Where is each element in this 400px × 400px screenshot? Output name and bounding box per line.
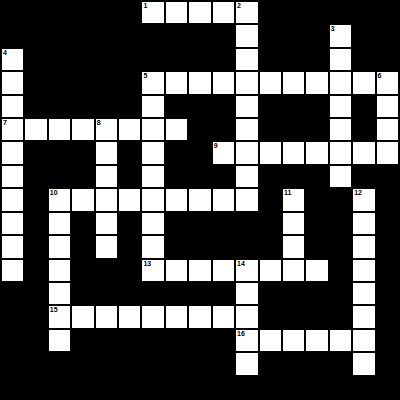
crossword-block (212, 329, 235, 352)
crossword-block (165, 48, 188, 71)
crossword-cell[interactable] (235, 188, 258, 211)
crossword-cell[interactable] (235, 48, 258, 71)
crossword-block (305, 305, 328, 328)
crossword-block (95, 71, 118, 94)
crossword-cell[interactable] (95, 188, 118, 211)
crossword-block (376, 235, 399, 258)
crossword-block (188, 95, 211, 118)
crossword-block (329, 188, 352, 211)
crossword-block (305, 376, 328, 399)
clue-number: 3 (331, 25, 335, 33)
crossword-block (376, 48, 399, 71)
crossword-cell[interactable]: 4 (1, 48, 24, 71)
crossword-cell[interactable] (165, 1, 188, 24)
crossword-block (118, 95, 141, 118)
crossword-block (1, 282, 24, 305)
crossword-block (259, 165, 282, 188)
crossword-block (212, 24, 235, 47)
crossword-cell[interactable] (329, 329, 352, 352)
crossword-block (71, 329, 94, 352)
crossword-block (376, 329, 399, 352)
crossword-block (305, 188, 328, 211)
crossword-block (24, 305, 47, 328)
crossword-cell[interactable] (212, 1, 235, 24)
crossword-block (48, 95, 71, 118)
crossword-block (305, 282, 328, 305)
crossword-block (259, 48, 282, 71)
crossword-block (165, 95, 188, 118)
crossword-cell[interactable] (352, 259, 375, 282)
crossword-cell[interactable] (71, 305, 94, 328)
crossword-block (24, 1, 47, 24)
crossword-cell[interactable] (48, 212, 71, 235)
crossword-block (24, 95, 47, 118)
clue-number: 6 (378, 72, 382, 80)
crossword-block (282, 1, 305, 24)
crossword-block (188, 376, 211, 399)
crossword-cell[interactable]: 8 (95, 118, 118, 141)
crossword-block (188, 24, 211, 47)
crossword-cell[interactable] (352, 329, 375, 352)
crossword-block (1, 305, 24, 328)
crossword-page: 12345678910111213141516 (0, 0, 400, 400)
crossword-cell[interactable] (305, 329, 328, 352)
crossword-block (95, 259, 118, 282)
crossword-block (376, 259, 399, 282)
crossword-cell[interactable]: 2 (235, 1, 258, 24)
crossword-block (282, 282, 305, 305)
crossword-block (24, 376, 47, 399)
clue-number: 2 (237, 2, 241, 10)
crossword-cell[interactable] (235, 352, 258, 375)
crossword-cell[interactable] (71, 188, 94, 211)
crossword-cell[interactable]: 1 (141, 1, 164, 24)
crossword-cell[interactable] (376, 141, 399, 164)
crossword-block (118, 212, 141, 235)
crossword-cell[interactable] (282, 235, 305, 258)
crossword-block (282, 352, 305, 375)
crossword-cell[interactable] (235, 305, 258, 328)
crossword-cell[interactable] (95, 212, 118, 235)
clue-number: 12 (354, 189, 362, 197)
crossword-block (141, 24, 164, 47)
crossword-cell[interactable]: 5 (141, 71, 164, 94)
crossword-block (165, 329, 188, 352)
crossword-cell[interactable] (48, 329, 71, 352)
crossword-block (282, 305, 305, 328)
crossword-cell[interactable]: 12 (352, 188, 375, 211)
crossword-block (282, 165, 305, 188)
crossword-block (118, 352, 141, 375)
crossword-block (352, 165, 375, 188)
crossword-cell[interactable] (165, 118, 188, 141)
crossword-block (212, 212, 235, 235)
crossword-block (48, 71, 71, 94)
crossword-cell[interactable] (141, 305, 164, 328)
crossword-cell[interactable] (259, 71, 282, 94)
crossword-block (305, 352, 328, 375)
crossword-block (24, 282, 47, 305)
clue-number: 9 (214, 142, 218, 150)
crossword-block (376, 282, 399, 305)
crossword-block (212, 376, 235, 399)
crossword-block (24, 48, 47, 71)
crossword-block (71, 24, 94, 47)
crossword-block (118, 1, 141, 24)
crossword-block (165, 165, 188, 188)
crossword-block (71, 1, 94, 24)
crossword-block (48, 48, 71, 71)
crossword-block (95, 282, 118, 305)
crossword-cell[interactable] (118, 118, 141, 141)
crossword-cell[interactable] (165, 305, 188, 328)
crossword-cell[interactable]: 7 (1, 118, 24, 141)
crossword-cell[interactable] (235, 165, 258, 188)
crossword-block (259, 305, 282, 328)
crossword-block (352, 1, 375, 24)
crossword-cell[interactable] (1, 235, 24, 258)
crossword-cell[interactable] (141, 118, 164, 141)
crossword-cell[interactable]: 11 (282, 188, 305, 211)
crossword-cell[interactable] (212, 305, 235, 328)
crossword-cell[interactable] (165, 71, 188, 94)
crossword-block (71, 376, 94, 399)
crossword-block (24, 165, 47, 188)
crossword-block (141, 48, 164, 71)
crossword-cell[interactable] (259, 329, 282, 352)
crossword-block (235, 212, 258, 235)
crossword-cell[interactable] (282, 212, 305, 235)
crossword-cell[interactable] (282, 259, 305, 282)
crossword-block (188, 141, 211, 164)
crossword-block (165, 212, 188, 235)
crossword-cell[interactable] (1, 259, 24, 282)
crossword-cell[interactable] (305, 259, 328, 282)
crossword-cell[interactable] (329, 95, 352, 118)
crossword-block (376, 24, 399, 47)
crossword-block (188, 329, 211, 352)
crossword-cell[interactable] (165, 259, 188, 282)
crossword-cell[interactable] (141, 95, 164, 118)
crossword-cell[interactable]: 16 (235, 329, 258, 352)
crossword-cell[interactable] (212, 71, 235, 94)
crossword-block (71, 259, 94, 282)
crossword-cell[interactable] (1, 212, 24, 235)
crossword-block (259, 235, 282, 258)
crossword-cell[interactable] (282, 141, 305, 164)
crossword-block (165, 352, 188, 375)
crossword-block (259, 212, 282, 235)
crossword-cell[interactable] (352, 235, 375, 258)
crossword-block (376, 352, 399, 375)
clue-number: 15 (50, 306, 58, 314)
crossword-block (188, 282, 211, 305)
crossword-block (352, 24, 375, 47)
crossword-block (376, 376, 399, 399)
crossword-cell[interactable] (141, 188, 164, 211)
crossword-cell[interactable] (95, 305, 118, 328)
crossword-block (329, 235, 352, 258)
crossword-cell[interactable] (1, 188, 24, 211)
crossword-block (305, 48, 328, 71)
crossword-cell[interactable] (282, 329, 305, 352)
crossword-cell[interactable] (352, 282, 375, 305)
crossword-block (282, 48, 305, 71)
clue-number: 1 (143, 2, 147, 10)
crossword-cell[interactable] (352, 71, 375, 94)
crossword-block (329, 352, 352, 375)
crossword-block (305, 95, 328, 118)
crossword-block (95, 376, 118, 399)
crossword-block (329, 376, 352, 399)
crossword-block (259, 95, 282, 118)
crossword-cell[interactable] (188, 71, 211, 94)
clue-number: 16 (237, 330, 245, 338)
crossword-block (188, 165, 211, 188)
crossword-block (48, 1, 71, 24)
clue-number: 8 (97, 119, 101, 127)
crossword-cell[interactable] (188, 259, 211, 282)
crossword-cell[interactable] (1, 95, 24, 118)
crossword-block (376, 188, 399, 211)
crossword-block (376, 1, 399, 24)
crossword-block (329, 212, 352, 235)
crossword-cell[interactable] (118, 305, 141, 328)
crossword-block (376, 212, 399, 235)
crossword-block (188, 48, 211, 71)
crossword-block (24, 24, 47, 47)
crossword-block (305, 235, 328, 258)
crossword-block (48, 24, 71, 47)
crossword-cell[interactable] (235, 24, 258, 47)
crossword-block (305, 24, 328, 47)
crossword-block (259, 24, 282, 47)
crossword-block (118, 141, 141, 164)
crossword-block (1, 352, 24, 375)
crossword-cell[interactable] (235, 282, 258, 305)
crossword-block (282, 95, 305, 118)
crossword-cell[interactable] (165, 188, 188, 211)
crossword-block (1, 24, 24, 47)
crossword-block (259, 376, 282, 399)
crossword-block (141, 282, 164, 305)
crossword-block (24, 71, 47, 94)
crossword-block (71, 95, 94, 118)
crossword-cell[interactable] (352, 141, 375, 164)
crossword-cell[interactable] (329, 71, 352, 94)
crossword-block (235, 235, 258, 258)
crossword-block (165, 141, 188, 164)
crossword-block (259, 118, 282, 141)
crossword-block (282, 376, 305, 399)
crossword-cell[interactable] (48, 235, 71, 258)
crossword-block (305, 212, 328, 235)
crossword-block (118, 259, 141, 282)
crossword-block (212, 48, 235, 71)
crossword-cell[interactable] (352, 212, 375, 235)
crossword-cell[interactable] (1, 71, 24, 94)
crossword-block (165, 376, 188, 399)
crossword-cell[interactable] (329, 165, 352, 188)
crossword-block (352, 118, 375, 141)
crossword-cell[interactable] (188, 305, 211, 328)
crossword-cell[interactable]: 10 (48, 188, 71, 211)
crossword-block (71, 141, 94, 164)
crossword-block (212, 95, 235, 118)
crossword-block (71, 48, 94, 71)
crossword-cell[interactable]: 3 (329, 24, 352, 47)
crossword-cell[interactable] (352, 305, 375, 328)
clue-number: 14 (237, 260, 245, 268)
crossword-block (165, 282, 188, 305)
crossword-block (48, 352, 71, 375)
crossword-cell[interactable] (305, 141, 328, 164)
crossword-block (118, 376, 141, 399)
crossword-cell[interactable] (329, 118, 352, 141)
crossword-block (305, 1, 328, 24)
clue-number: 11 (284, 189, 291, 197)
crossword-block (71, 352, 94, 375)
crossword-block (1, 376, 24, 399)
crossword-block (235, 376, 258, 399)
crossword-cell[interactable] (212, 188, 235, 211)
crossword-block (141, 376, 164, 399)
crossword-block (95, 48, 118, 71)
crossword-cell[interactable] (376, 118, 399, 141)
crossword-block (329, 259, 352, 282)
crossword-cell[interactable] (118, 188, 141, 211)
crossword-cell[interactable] (282, 71, 305, 94)
crossword-cell[interactable] (141, 165, 164, 188)
crossword-block (352, 376, 375, 399)
crossword-cell[interactable] (141, 141, 164, 164)
crossword-cell[interactable] (235, 118, 258, 141)
crossword-cell[interactable] (235, 95, 258, 118)
crossword-cell[interactable] (24, 118, 47, 141)
crossword-block (71, 235, 94, 258)
crossword-cell[interactable] (188, 188, 211, 211)
crossword-block (71, 165, 94, 188)
crossword-cell[interactable]: 9 (212, 141, 235, 164)
crossword-block (48, 165, 71, 188)
crossword-cell[interactable] (1, 165, 24, 188)
crossword-block (24, 141, 47, 164)
crossword-cell[interactable] (48, 282, 71, 305)
crossword-cell[interactable] (95, 141, 118, 164)
crossword-cell[interactable] (352, 352, 375, 375)
crossword-cell[interactable] (48, 259, 71, 282)
crossword-block (48, 141, 71, 164)
crossword-cell[interactable] (376, 95, 399, 118)
crossword-block (376, 165, 399, 188)
crossword-block (1, 1, 24, 24)
crossword-block (118, 24, 141, 47)
crossword-block (305, 165, 328, 188)
crossword-block (24, 352, 47, 375)
crossword-block (118, 71, 141, 94)
crossword-block (95, 24, 118, 47)
crossword-block (329, 282, 352, 305)
crossword-cell[interactable] (95, 165, 118, 188)
crossword-block (71, 212, 94, 235)
crossword-cell[interactable] (259, 259, 282, 282)
crossword-block (212, 165, 235, 188)
crossword-block (352, 95, 375, 118)
crossword-cell[interactable] (212, 259, 235, 282)
crossword-block (95, 329, 118, 352)
crossword-cell[interactable]: 14 (235, 259, 258, 282)
crossword-block (24, 188, 47, 211)
crossword-cell[interactable] (329, 141, 352, 164)
crossword-block (95, 95, 118, 118)
crossword-cell[interactable] (48, 118, 71, 141)
crossword-block (188, 118, 211, 141)
crossword-cell[interactable] (235, 71, 258, 94)
crossword-block (95, 1, 118, 24)
crossword-block (259, 1, 282, 24)
crossword-block (259, 282, 282, 305)
crossword-cell[interactable] (235, 141, 258, 164)
crossword-block (95, 352, 118, 375)
crossword-cell[interactable] (329, 48, 352, 71)
crossword-cell[interactable] (1, 141, 24, 164)
clue-number: 7 (3, 119, 7, 127)
crossword-block (212, 118, 235, 141)
crossword-block (141, 352, 164, 375)
crossword-cell[interactable] (95, 235, 118, 258)
crossword-block (165, 235, 188, 258)
crossword-block (118, 165, 141, 188)
crossword-cell[interactable] (259, 141, 282, 164)
crossword-block (118, 48, 141, 71)
crossword-block (259, 352, 282, 375)
crossword-block (24, 235, 47, 258)
crossword-cell[interactable] (141, 212, 164, 235)
clue-number: 4 (3, 49, 7, 57)
crossword-cell[interactable]: 15 (48, 305, 71, 328)
crossword-block (118, 282, 141, 305)
crossword-block (165, 24, 188, 47)
crossword-cell[interactable] (71, 118, 94, 141)
crossword-cell[interactable] (141, 235, 164, 258)
crossword-block (24, 329, 47, 352)
crossword-block (141, 329, 164, 352)
crossword-block (282, 118, 305, 141)
crossword-block (24, 212, 47, 235)
crossword-grid: 12345678910111213141516 (0, 0, 400, 400)
crossword-block (282, 24, 305, 47)
clue-number: 5 (143, 72, 147, 80)
clue-number: 13 (143, 260, 151, 268)
crossword-block (212, 235, 235, 258)
crossword-block (188, 352, 211, 375)
crossword-block (71, 282, 94, 305)
crossword-block (376, 305, 399, 328)
crossword-block (212, 282, 235, 305)
crossword-cell[interactable]: 6 (376, 71, 399, 94)
crossword-cell[interactable] (188, 1, 211, 24)
crossword-block (188, 235, 211, 258)
crossword-cell[interactable]: 13 (141, 259, 164, 282)
crossword-block (259, 188, 282, 211)
crossword-block (352, 48, 375, 71)
crossword-block (118, 235, 141, 258)
crossword-block (212, 352, 235, 375)
crossword-cell[interactable] (305, 71, 328, 94)
crossword-block (1, 329, 24, 352)
crossword-block (24, 259, 47, 282)
crossword-block (118, 329, 141, 352)
